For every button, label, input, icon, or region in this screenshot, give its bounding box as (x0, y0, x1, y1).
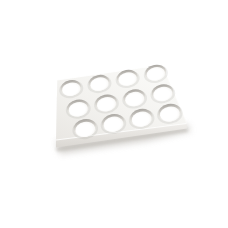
board-photo (0, 0, 228, 228)
board-scene (0, 0, 228, 228)
